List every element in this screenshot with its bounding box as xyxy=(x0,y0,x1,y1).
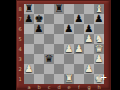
rank-label-6: 6 xyxy=(16,24,24,34)
square-f6[interactable] xyxy=(74,24,84,34)
square-f7[interactable]: ♟ xyxy=(74,14,84,24)
square-c8[interactable] xyxy=(44,4,54,14)
square-e6[interactable]: ♟ xyxy=(64,24,74,34)
square-h7[interactable]: ♟ xyxy=(94,14,104,24)
square-f4[interactable]: ♟ xyxy=(74,44,84,54)
square-a5[interactable] xyxy=(24,34,34,44)
square-e1[interactable]: ♜ xyxy=(64,74,74,84)
square-f5[interactable] xyxy=(74,34,84,44)
rank-label-7: 7 xyxy=(16,14,24,24)
piece-black-rook: ♜ xyxy=(54,3,64,14)
square-a6[interactable] xyxy=(24,24,34,34)
square-d4[interactable] xyxy=(54,44,64,54)
square-h3[interactable]: ♟ xyxy=(94,54,104,64)
rank-labels: 87654321 xyxy=(16,4,24,84)
piece-black-pawn: ♟ xyxy=(64,23,74,34)
rank-label-8: 8 xyxy=(16,4,24,14)
square-e7[interactable] xyxy=(64,14,74,24)
piece-white-knight: ♞ xyxy=(94,33,104,44)
piece-white-queen: ♛ xyxy=(94,43,104,54)
piece-white-bishop: ♝ xyxy=(94,3,104,14)
square-a8[interactable]: ♜ xyxy=(24,4,34,14)
square-d5[interactable] xyxy=(54,34,64,44)
piece-white-pawn: ♟ xyxy=(64,43,74,54)
square-a2[interactable]: ♟ xyxy=(24,64,34,74)
square-g3[interactable] xyxy=(84,54,94,64)
screen: 87654321 abcdefgh ♜♜♝♟♚♟♟♟♟♟♟♞♟♟♛♛♟♟♟♜♚ … xyxy=(0,0,120,90)
square-h4[interactable]: ♛ xyxy=(94,44,104,54)
square-d2[interactable] xyxy=(54,64,64,74)
piece-black-rook: ♜ xyxy=(24,3,34,14)
piece-white-pawn: ♟ xyxy=(84,63,94,74)
rank-label-2: 2 xyxy=(16,64,24,74)
square-b2[interactable] xyxy=(34,64,44,74)
file-label-g: g xyxy=(84,84,94,90)
piece-black-king: ♚ xyxy=(34,13,44,24)
square-f8[interactable] xyxy=(74,4,84,14)
rank-label-4: 4 xyxy=(16,44,24,54)
rank-label-3: 3 xyxy=(16,54,24,64)
rank-label-1: 1 xyxy=(16,74,24,84)
file-labels: abcdefgh xyxy=(24,84,104,90)
piece-white-pawn: ♟ xyxy=(94,53,104,64)
piece-white-pawn: ♟ xyxy=(24,63,34,74)
file-label-d: d xyxy=(54,84,64,90)
file-label-b: b xyxy=(34,84,44,90)
square-b1[interactable] xyxy=(34,74,44,84)
cursor-crosshair-icon: + xyxy=(99,73,108,82)
square-g7[interactable] xyxy=(84,14,94,24)
file-label-a: a xyxy=(24,84,34,90)
square-e4[interactable]: ♟ xyxy=(64,44,74,54)
piece-black-pawn: ♟ xyxy=(84,23,94,34)
piece-black-pawn: ♟ xyxy=(34,23,44,34)
square-b4[interactable] xyxy=(34,44,44,54)
piece-black-pawn: ♟ xyxy=(74,13,84,24)
square-a7[interactable]: ♟ xyxy=(24,14,34,24)
square-d1[interactable] xyxy=(54,74,64,84)
piece-white-pawn: ♟ xyxy=(84,33,94,44)
square-d8[interactable]: ♜ xyxy=(54,4,64,14)
square-g8[interactable] xyxy=(84,4,94,14)
square-c4[interactable] xyxy=(44,44,54,54)
square-g5[interactable]: ♟ xyxy=(84,34,94,44)
square-g1[interactable] xyxy=(84,74,94,84)
file-label-e: e xyxy=(64,84,74,90)
square-f2[interactable] xyxy=(74,64,84,74)
square-d6[interactable] xyxy=(54,24,64,34)
piece-black-queen: ♛ xyxy=(44,53,54,64)
square-e5[interactable] xyxy=(64,34,74,44)
square-c5[interactable] xyxy=(44,34,54,44)
square-g6[interactable]: ♟ xyxy=(84,24,94,34)
square-b6[interactable]: ♟ xyxy=(34,24,44,34)
square-g4[interactable] xyxy=(84,44,94,54)
square-b5[interactable] xyxy=(34,34,44,44)
square-a1[interactable] xyxy=(24,74,34,84)
square-c3[interactable]: ♛ xyxy=(44,54,54,64)
square-f3[interactable] xyxy=(74,54,84,64)
square-b3[interactable] xyxy=(34,54,44,64)
rank-label-5: 5 xyxy=(16,34,24,44)
square-e2[interactable] xyxy=(64,64,74,74)
file-label-c: c xyxy=(44,84,54,90)
square-c6[interactable] xyxy=(44,24,54,34)
file-label-f: f xyxy=(74,84,84,90)
chess-board: ♜♜♝♟♚♟♟♟♟♟♟♞♟♟♛♛♟♟♟♜♚ xyxy=(24,4,104,84)
square-h5[interactable]: ♞ xyxy=(94,34,104,44)
square-c2[interactable] xyxy=(44,64,54,74)
square-d3[interactable] xyxy=(54,54,64,64)
file-label-h: h xyxy=(94,84,104,90)
square-h6[interactable] xyxy=(94,24,104,34)
square-e8[interactable] xyxy=(64,4,74,14)
square-d7[interactable] xyxy=(54,14,64,24)
square-g2[interactable]: ♟ xyxy=(84,64,94,74)
piece-white-rook: ♜ xyxy=(64,73,74,84)
square-c1[interactable] xyxy=(44,74,54,84)
square-b8[interactable] xyxy=(34,4,44,14)
square-b7[interactable]: ♚ xyxy=(34,14,44,24)
piece-black-pawn: ♟ xyxy=(94,13,104,24)
square-f1[interactable] xyxy=(74,74,84,84)
piece-black-pawn: ♟ xyxy=(24,13,34,24)
square-e3[interactable] xyxy=(64,54,74,64)
piece-white-pawn: ♟ xyxy=(74,43,84,54)
square-a3[interactable] xyxy=(24,54,34,64)
square-h8[interactable]: ♝ xyxy=(94,4,104,14)
square-c7[interactable] xyxy=(44,14,54,24)
square-a4[interactable] xyxy=(24,44,34,54)
